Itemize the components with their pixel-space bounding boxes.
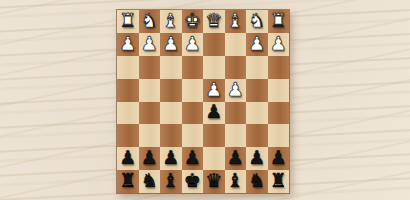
square-g1[interactable]: ♞ bbox=[139, 10, 161, 33]
black-pawn: ♟ bbox=[270, 148, 287, 167]
white-bishop: ♝ bbox=[227, 11, 244, 30]
square-h3[interactable] bbox=[117, 56, 139, 79]
square-f1[interactable]: ♝ bbox=[160, 10, 182, 33]
square-b8[interactable]: ♞ bbox=[246, 170, 268, 193]
black-knight: ♞ bbox=[141, 171, 158, 190]
square-a1[interactable]: ♜ bbox=[268, 10, 290, 33]
square-e2[interactable]: ♟ bbox=[182, 33, 204, 56]
square-h4[interactable] bbox=[117, 79, 139, 102]
white-pawn: ♟ bbox=[119, 34, 136, 53]
square-b4[interactable] bbox=[246, 79, 268, 102]
white-pawn: ♟ bbox=[162, 34, 179, 53]
square-e5[interactable] bbox=[182, 102, 204, 125]
square-g6[interactable] bbox=[139, 124, 161, 147]
square-f8[interactable]: ♝ bbox=[160, 170, 182, 193]
square-c4[interactable]: ♟ bbox=[225, 79, 247, 102]
square-b5[interactable] bbox=[246, 102, 268, 125]
white-pawn: ♟ bbox=[141, 34, 158, 53]
white-pawn: ♟ bbox=[227, 80, 244, 99]
black-pawn: ♟ bbox=[184, 148, 201, 167]
square-d6[interactable] bbox=[203, 124, 225, 147]
square-b7[interactable]: ♟ bbox=[246, 147, 268, 170]
square-c2[interactable] bbox=[225, 33, 247, 56]
square-h2[interactable]: ♟ bbox=[117, 33, 139, 56]
white-king: ♚ bbox=[184, 11, 201, 30]
square-f7[interactable]: ♟ bbox=[160, 147, 182, 170]
square-g8[interactable]: ♞ bbox=[139, 170, 161, 193]
black-pawn: ♟ bbox=[162, 148, 179, 167]
black-bishop: ♝ bbox=[227, 171, 244, 190]
square-f6[interactable] bbox=[160, 124, 182, 147]
square-h8[interactable]: ♜ bbox=[117, 170, 139, 193]
square-c8[interactable]: ♝ bbox=[225, 170, 247, 193]
black-pawn: ♟ bbox=[119, 148, 136, 167]
black-pawn: ♟ bbox=[227, 148, 244, 167]
square-c5[interactable] bbox=[225, 102, 247, 125]
square-h7[interactable]: ♟ bbox=[117, 147, 139, 170]
black-pawn: ♟ bbox=[141, 148, 158, 167]
square-h1[interactable]: ♜ bbox=[117, 10, 139, 33]
square-a7[interactable]: ♟ bbox=[268, 147, 290, 170]
white-rook: ♜ bbox=[119, 11, 136, 30]
square-f2[interactable]: ♟ bbox=[160, 33, 182, 56]
black-king: ♚ bbox=[184, 171, 201, 190]
black-rook: ♜ bbox=[119, 171, 136, 190]
square-d4[interactable]: ♟ bbox=[203, 79, 225, 102]
square-d1[interactable]: ♛ bbox=[203, 10, 225, 33]
square-b1[interactable]: ♞ bbox=[246, 10, 268, 33]
square-c6[interactable] bbox=[225, 124, 247, 147]
square-g3[interactable] bbox=[139, 56, 161, 79]
square-d8[interactable]: ♛ bbox=[203, 170, 225, 193]
square-e8[interactable]: ♚ bbox=[182, 170, 204, 193]
white-pawn: ♟ bbox=[184, 34, 201, 53]
square-f3[interactable] bbox=[160, 56, 182, 79]
white-rook: ♜ bbox=[270, 11, 287, 30]
black-pawn: ♟ bbox=[205, 102, 222, 121]
square-a2[interactable]: ♟ bbox=[268, 33, 290, 56]
black-queen: ♛ bbox=[205, 171, 222, 190]
black-bishop: ♝ bbox=[162, 171, 179, 190]
square-d2[interactable] bbox=[203, 33, 225, 56]
square-a8[interactable]: ♜ bbox=[268, 170, 290, 193]
square-e1[interactable]: ♚ bbox=[182, 10, 204, 33]
white-knight: ♞ bbox=[248, 11, 265, 30]
square-f4[interactable] bbox=[160, 79, 182, 102]
square-d7[interactable] bbox=[203, 147, 225, 170]
square-b2[interactable]: ♟ bbox=[246, 33, 268, 56]
black-rook: ♜ bbox=[270, 171, 287, 190]
white-pawn: ♟ bbox=[248, 34, 265, 53]
square-d3[interactable] bbox=[203, 56, 225, 79]
square-e6[interactable] bbox=[182, 124, 204, 147]
white-knight: ♞ bbox=[141, 11, 158, 30]
square-a6[interactable] bbox=[268, 124, 290, 147]
black-knight: ♞ bbox=[248, 171, 265, 190]
square-g5[interactable] bbox=[139, 102, 161, 125]
square-g2[interactable]: ♟ bbox=[139, 33, 161, 56]
square-a3[interactable] bbox=[268, 56, 290, 79]
black-pawn: ♟ bbox=[248, 148, 265, 167]
square-d5[interactable]: ♟ bbox=[203, 102, 225, 125]
square-g4[interactable] bbox=[139, 79, 161, 102]
square-b3[interactable] bbox=[246, 56, 268, 79]
square-c1[interactable]: ♝ bbox=[225, 10, 247, 33]
square-a4[interactable] bbox=[268, 79, 290, 102]
chess-board: ♜♞♝♚♛♝♞♜♟♟♟♟♟♟♟♟♟♟♟♟♟♟♟♟♜♞♝♚♛♝♞♜ bbox=[117, 10, 289, 193]
square-c7[interactable]: ♟ bbox=[225, 147, 247, 170]
white-pawn: ♟ bbox=[270, 34, 287, 53]
white-queen: ♛ bbox=[205, 11, 222, 30]
square-b6[interactable] bbox=[246, 124, 268, 147]
square-c3[interactable] bbox=[225, 56, 247, 79]
square-e3[interactable] bbox=[182, 56, 204, 79]
square-e7[interactable]: ♟ bbox=[182, 147, 204, 170]
square-e4[interactable] bbox=[182, 79, 204, 102]
white-pawn: ♟ bbox=[205, 80, 222, 99]
square-g7[interactable]: ♟ bbox=[139, 147, 161, 170]
square-h6[interactable] bbox=[117, 124, 139, 147]
square-a5[interactable] bbox=[268, 102, 290, 125]
square-f5[interactable] bbox=[160, 102, 182, 125]
square-h5[interactable] bbox=[117, 102, 139, 125]
white-bishop: ♝ bbox=[162, 11, 179, 30]
